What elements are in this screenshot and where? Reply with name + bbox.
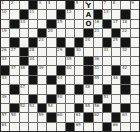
grid-cell[interactable] [47, 85, 55, 93]
grid-cell[interactable] [121, 1, 129, 9]
grid-cell[interactable] [84, 95, 92, 103]
clue-number: 56 [94, 104, 99, 108]
grid-cell[interactable]: 54 [47, 104, 55, 112]
grid-cell[interactable]: O [84, 20, 92, 28]
clue-number: 35 [66, 57, 71, 61]
black-cell [84, 66, 92, 74]
black-cell [1, 66, 9, 74]
black-cell [57, 38, 65, 46]
grid-cell[interactable]: 47 [20, 85, 28, 93]
grid-cell[interactable] [38, 20, 46, 28]
black-cell [103, 20, 111, 28]
clue-number: 29 [57, 48, 62, 52]
grid-cell[interactable]: 40 [66, 66, 74, 74]
grid-cell[interactable] [10, 76, 18, 84]
grid-cell[interactable]: 45 [94, 76, 102, 84]
clue-number: 8 [113, 1, 116, 5]
filled-letter: Y [84, 2, 92, 9]
grid-cell[interactable]: 35 [66, 57, 74, 65]
grid-cell[interactable] [131, 66, 139, 74]
grid-cell[interactable] [47, 38, 55, 46]
black-cell [84, 29, 92, 37]
grid-cell[interactable] [112, 104, 120, 112]
grid-cell[interactable]: 31 [103, 48, 111, 56]
black-cell [112, 29, 120, 37]
grid-cell[interactable] [29, 85, 37, 93]
grid-cell[interactable] [20, 29, 28, 37]
grid-cell[interactable]: 23 [38, 38, 46, 46]
grid-cell[interactable] [94, 48, 102, 56]
grid-cell[interactable] [1, 20, 9, 28]
clue-number: 47 [20, 85, 25, 89]
grid-cell[interactable] [112, 95, 120, 103]
crossword-grid: 123456Y789101112A131415O1617181920212223… [0, 0, 140, 132]
clue-number: 48 [85, 85, 90, 89]
grid-cell[interactable] [57, 29, 65, 37]
clue-number: 61 [76, 113, 81, 117]
grid-cell[interactable] [121, 57, 129, 65]
grid-cell[interactable]: 5 [75, 1, 83, 9]
grid-cell[interactable] [38, 48, 46, 56]
black-cell [38, 104, 46, 112]
clue-number: 23 [39, 38, 44, 42]
grid-cell[interactable] [1, 38, 9, 46]
grid-cell[interactable] [57, 57, 65, 65]
grid-cell[interactable]: 65 [75, 123, 83, 131]
grid-cell[interactable]: 15 [57, 20, 65, 28]
grid-cell[interactable]: 46 [112, 76, 120, 84]
black-cell [112, 66, 120, 74]
grid-cell[interactable]: 22 [121, 29, 129, 37]
grid-cell[interactable] [38, 85, 46, 93]
grid-cell[interactable] [1, 85, 9, 93]
black-cell [47, 76, 55, 84]
grid-cell[interactable]: 14 [20, 20, 28, 28]
grid-cell[interactable] [57, 1, 65, 9]
clue-number: 34 [29, 57, 34, 61]
grid-cell[interactable]: 2 [10, 1, 18, 9]
grid-cell[interactable] [10, 123, 18, 131]
black-cell [84, 76, 92, 84]
clue-number: 51 [103, 95, 108, 99]
grid-cell[interactable]: A [84, 10, 92, 18]
black-cell [29, 95, 37, 103]
grid-cell[interactable]: 9 [131, 1, 139, 9]
black-cell [29, 76, 37, 84]
black-cell [84, 57, 92, 65]
grid-cell[interactable] [66, 85, 74, 93]
grid-cell[interactable]: 7 [103, 1, 111, 9]
grid-cell[interactable]: 16 [94, 20, 102, 28]
clue-number: 30 [76, 48, 81, 52]
clue-number: 27 [11, 48, 16, 52]
grid-cell[interactable] [94, 1, 102, 9]
grid-cell[interactable]: 38 [20, 66, 28, 74]
black-cell [103, 38, 111, 46]
grid-cell[interactable]: 59 [38, 113, 46, 121]
clue-number: 43 [2, 76, 7, 80]
grid-cell[interactable] [20, 76, 28, 84]
grid-cell[interactable]: 41 [94, 66, 102, 74]
clue-number: 45 [94, 76, 99, 80]
clue-number: 40 [66, 66, 71, 70]
clue-number: 33 [2, 57, 7, 61]
black-cell [47, 20, 55, 28]
grid-cell[interactable] [66, 76, 74, 84]
grid-cell[interactable]: 12 [66, 10, 74, 18]
grid-cell[interactable] [38, 95, 46, 103]
clue-number: 50 [57, 95, 62, 99]
grid-cell[interactable] [75, 10, 83, 18]
grid-cell[interactable] [10, 10, 18, 18]
grid-cell[interactable] [38, 10, 46, 18]
grid-cell[interactable]: 36 [94, 57, 102, 65]
clue-number: 66 [113, 123, 118, 127]
grid-cell[interactable]: 17 [112, 20, 120, 28]
grid-cell[interactable] [131, 29, 139, 37]
grid-cell[interactable] [66, 104, 74, 112]
clue-number: 12 [66, 10, 71, 14]
grid-cell[interactable]: 18 [121, 20, 129, 28]
clue-number: 5 [76, 1, 79, 5]
clue-number: 42 [122, 66, 127, 70]
grid-cell[interactable] [75, 66, 83, 74]
black-cell [94, 95, 102, 103]
black-cell [121, 10, 129, 18]
grid-cell[interactable] [75, 20, 83, 28]
grid-cell[interactable] [20, 38, 28, 46]
clue-number: 49 [2, 95, 7, 99]
clue-number: 62 [94, 113, 99, 117]
clue-number: 11 [29, 10, 34, 14]
grid-cell[interactable] [10, 95, 18, 103]
clue-number: 57 [2, 113, 7, 117]
clue-number: 59 [39, 113, 44, 117]
grid-cell[interactable] [20, 1, 28, 9]
grid-cell[interactable] [57, 123, 65, 131]
black-cell [57, 66, 65, 74]
black-cell [112, 113, 120, 121]
black-cell [66, 1, 74, 9]
grid-cell[interactable] [29, 123, 37, 131]
grid-cell[interactable] [66, 95, 74, 103]
black-cell [103, 85, 111, 93]
black-cell [47, 95, 55, 103]
black-cell [121, 104, 129, 112]
clue-number: 18 [122, 20, 127, 24]
grid-cell[interactable] [75, 29, 83, 37]
grid-cell[interactable] [20, 123, 28, 131]
black-cell [10, 85, 18, 93]
grid-cell[interactable] [103, 76, 111, 84]
grid-cell[interactable] [38, 57, 46, 65]
grid-cell[interactable]: 27 [10, 48, 18, 56]
clue-number: 63 [122, 113, 127, 117]
black-cell [66, 48, 74, 56]
clue-number: 26 [2, 48, 7, 52]
black-cell [47, 113, 55, 121]
grid-cell[interactable]: 56 [94, 104, 102, 112]
grid-cell[interactable] [75, 95, 83, 103]
grid-cell[interactable]: 61 [75, 113, 83, 121]
grid-cell[interactable] [131, 48, 139, 56]
grid-cell[interactable]: 32 [121, 48, 129, 56]
clue-number: 32 [122, 48, 127, 52]
grid-cell[interactable] [94, 123, 102, 131]
grid-cell[interactable] [10, 29, 18, 37]
clue-number: 44 [57, 76, 62, 80]
grid-cell[interactable]: 1 [1, 1, 9, 9]
grid-cell[interactable] [47, 123, 55, 131]
grid-cell[interactable]: 62 [94, 113, 102, 121]
grid-cell[interactable] [29, 20, 37, 28]
grid-cell[interactable] [103, 113, 111, 121]
clue-number: 65 [76, 123, 81, 127]
grid-cell[interactable]: 39 [38, 66, 46, 74]
grid-cell[interactable] [75, 57, 83, 65]
grid-cell[interactable]: 49 [1, 95, 9, 103]
grid-cell[interactable] [47, 66, 55, 74]
grid-cell[interactable] [10, 57, 18, 65]
black-cell [75, 85, 83, 93]
black-cell [66, 123, 74, 131]
black-cell [29, 66, 37, 74]
grid-cell[interactable] [66, 29, 74, 37]
black-cell [10, 104, 18, 112]
grid-cell[interactable]: 60 [57, 113, 65, 121]
grid-cell[interactable] [20, 113, 28, 121]
grid-cell[interactable] [47, 57, 55, 65]
clue-number: 28 [29, 48, 34, 52]
grid-cell[interactable] [112, 85, 120, 93]
grid-cell[interactable] [57, 104, 65, 112]
grid-cell[interactable]: 48 [84, 85, 92, 93]
grid-cell[interactable]: 63 [121, 113, 129, 121]
grid-cell[interactable]: 52 [20, 104, 28, 112]
black-cell [75, 104, 83, 112]
clue-number: 25 [113, 38, 118, 42]
grid-cell[interactable]: 43 [1, 76, 9, 84]
grid-cell[interactable] [131, 104, 139, 112]
grid-cell[interactable] [75, 76, 83, 84]
grid-cell[interactable]: 24 [84, 38, 92, 46]
clue-number: 15 [57, 20, 62, 24]
grid-cell[interactable] [29, 29, 37, 37]
clue-number: 19 [2, 29, 7, 33]
grid-cell[interactable]: 57 [1, 113, 9, 121]
grid-cell[interactable] [131, 38, 139, 46]
black-cell [10, 38, 18, 46]
grid-cell[interactable]: 28 [29, 48, 37, 56]
grid-cell[interactable] [131, 85, 139, 93]
black-cell [20, 10, 28, 18]
grid-cell[interactable] [66, 38, 74, 46]
black-cell [38, 29, 46, 37]
black-cell [57, 10, 65, 18]
grid-cell[interactable]: 51 [103, 95, 111, 103]
clue-number: 13 [103, 10, 108, 14]
grid-cell[interactable]: 37 [10, 66, 18, 74]
grid-cell[interactable] [131, 95, 139, 103]
grid-cell[interactable] [103, 57, 111, 65]
grid-cell[interactable] [84, 48, 92, 56]
grid-cell[interactable]: 3 [38, 1, 46, 9]
clue-number: 60 [57, 113, 62, 117]
clue-number: 1 [2, 1, 5, 5]
grid-cell[interactable] [112, 10, 120, 18]
filled-letter: O [84, 21, 92, 28]
clue-number: 17 [113, 20, 118, 24]
grid-cell[interactable]: 6Y [84, 1, 92, 9]
clue-number: 24 [85, 38, 90, 42]
grid-cell[interactable]: 21 [94, 29, 102, 37]
grid-cell[interactable]: 34 [29, 57, 37, 65]
clue-number: 52 [20, 104, 25, 108]
grid-cell[interactable] [121, 123, 129, 131]
black-cell [57, 85, 65, 93]
grid-cell[interactable]: 13 [103, 10, 111, 18]
black-cell [29, 1, 37, 9]
clue-number: 7 [103, 1, 106, 5]
black-cell [20, 48, 28, 56]
clue-number: 41 [94, 66, 99, 70]
grid-cell[interactable]: 53 [29, 104, 37, 112]
black-cell [20, 57, 28, 65]
filled-letter: A [84, 11, 92, 18]
grid-cell[interactable]: 25 [112, 38, 120, 46]
grid-cell[interactable] [131, 76, 139, 84]
clue-number: 37 [11, 66, 16, 70]
grid-cell[interactable] [131, 10, 139, 18]
grid-cell[interactable]: 33 [1, 57, 9, 65]
black-cell [29, 38, 37, 46]
clue-number: 20 [48, 29, 53, 33]
grid-cell[interactable] [1, 104, 9, 112]
grid-cell[interactable] [29, 113, 37, 121]
clue-number: 58 [11, 113, 16, 117]
clue-number: 22 [122, 29, 127, 33]
clue-number: 2 [11, 1, 14, 5]
grid-cell[interactable]: 4 [47, 1, 55, 9]
grid-cell[interactable] [94, 85, 102, 93]
grid-cell[interactable]: 10 [1, 10, 9, 18]
grid-cell[interactable] [131, 113, 139, 121]
grid-cell[interactable] [38, 123, 46, 131]
grid-cell[interactable]: 42 [121, 66, 129, 74]
grid-cell[interactable]: 20 [47, 29, 55, 37]
grid-cell[interactable] [47, 48, 55, 56]
grid-cell[interactable] [112, 57, 120, 65]
clue-number: 55 [85, 104, 90, 108]
grid-cell[interactable] [121, 95, 129, 103]
clue-number: 39 [39, 66, 44, 70]
black-cell [94, 10, 102, 18]
grid-cell[interactable] [131, 123, 139, 131]
grid-cell[interactable]: 58 [10, 113, 18, 121]
clue-number: 53 [29, 104, 34, 108]
grid-cell[interactable] [47, 10, 55, 18]
black-cell [75, 38, 83, 46]
grid-cell[interactable] [84, 123, 92, 131]
clue-number: 31 [103, 48, 108, 52]
clue-number: 4 [48, 1, 51, 5]
clue-number: 21 [94, 29, 99, 33]
grid-cell[interactable]: 44 [57, 76, 65, 84]
grid-cell[interactable] [94, 38, 102, 46]
grid-cell[interactable] [131, 20, 139, 28]
grid-cell[interactable]: 19 [1, 29, 9, 37]
clue-number: 64 [2, 123, 7, 127]
grid-cell[interactable]: 29 [57, 48, 65, 56]
grid-cell[interactable]: 8 [112, 1, 120, 9]
grid-cell[interactable] [112, 48, 120, 56]
black-cell [84, 113, 92, 121]
black-cell [121, 76, 129, 84]
black-cell [103, 123, 111, 131]
grid-cell[interactable] [131, 57, 139, 65]
grid-cell[interactable]: 30 [75, 48, 83, 56]
grid-cell[interactable]: 11 [29, 10, 37, 18]
clue-number: 54 [48, 104, 53, 108]
clue-number: 14 [20, 20, 25, 24]
black-cell [121, 38, 129, 46]
grid-cell[interactable]: 64 [1, 123, 9, 131]
grid-cell[interactable] [20, 95, 28, 103]
grid-cell[interactable]: 66 [112, 123, 120, 131]
grid-cell[interactable]: 26 [1, 48, 9, 56]
grid-cell[interactable]: 55 [84, 104, 92, 112]
clue-number: 38 [20, 66, 25, 70]
clue-number: 16 [94, 20, 99, 24]
grid-cell[interactable] [66, 113, 74, 121]
grid-cell[interactable] [38, 76, 46, 84]
clue-number: 9 [131, 1, 134, 5]
black-cell [103, 104, 111, 112]
clue-number: 36 [94, 57, 99, 61]
clue-number: 10 [2, 10, 7, 14]
grid-cell[interactable]: 50 [57, 95, 65, 103]
black-cell [10, 20, 18, 28]
clue-number: 3 [39, 1, 42, 5]
grid-cell[interactable] [66, 20, 74, 28]
grid-cell[interactable] [103, 29, 111, 37]
clue-number: 46 [113, 76, 118, 80]
grid-cell[interactable] [103, 66, 111, 74]
black-cell [121, 85, 129, 93]
